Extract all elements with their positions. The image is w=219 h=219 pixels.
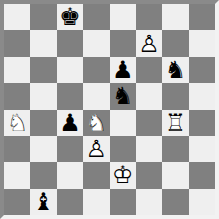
square-a4[interactable]: ♞♘ [4,110,30,136]
square-e5[interactable]: ♞ [110,83,136,109]
square-f4[interactable] [136,110,162,136]
square-e1[interactable] [110,189,136,215]
square-g3[interactable] [162,136,188,162]
white-king-e2[interactable]: ♚♔ [110,162,136,188]
square-c3[interactable] [57,136,83,162]
square-e6[interactable]: ♟ [110,57,136,83]
square-b8[interactable] [30,4,56,30]
square-a7[interactable] [4,30,30,56]
white-pawn-outline: ♙ [86,137,108,161]
square-h3[interactable] [189,136,215,162]
square-h5[interactable] [189,83,215,109]
square-c1[interactable] [57,189,83,215]
square-b4[interactable] [30,110,56,136]
square-f8[interactable] [136,4,162,30]
square-b3[interactable] [30,136,56,162]
square-f5[interactable] [136,83,162,109]
square-d5[interactable] [83,83,109,109]
square-b7[interactable] [30,30,56,56]
black-pawn-glyph: ♟ [112,57,134,81]
black-knight-g6[interactable]: ♞ [162,57,188,83]
square-h1[interactable] [189,189,215,215]
square-g1[interactable] [162,189,188,215]
black-knight-e5[interactable]: ♞ [110,83,136,109]
white-rook-g4[interactable]: ♜♖ [162,110,188,136]
square-f6[interactable] [136,57,162,83]
white-knight-outline: ♘ [86,110,108,134]
square-g4[interactable]: ♜♖ [162,110,188,136]
square-d6[interactable] [83,57,109,83]
black-knight-glyph: ♞ [112,84,134,108]
square-g7[interactable] [162,30,188,56]
black-bishop-glyph: ♝ [33,189,55,213]
square-h6[interactable] [189,57,215,83]
square-d7[interactable] [83,30,109,56]
square-g8[interactable] [162,4,188,30]
square-g2[interactable] [162,162,188,188]
square-e3[interactable] [110,136,136,162]
square-b1[interactable]: ♝ [30,189,56,215]
square-f1[interactable] [136,189,162,215]
black-king-c8[interactable]: ♚ [57,4,83,30]
square-c7[interactable] [57,30,83,56]
square-a2[interactable] [4,162,30,188]
square-e7[interactable] [110,30,136,56]
black-king-glyph: ♚ [59,5,81,29]
square-a8[interactable] [4,4,30,30]
square-a3[interactable] [4,136,30,162]
square-b5[interactable] [30,83,56,109]
square-e4[interactable] [110,110,136,136]
square-h2[interactable] [189,162,215,188]
square-c2[interactable] [57,162,83,188]
square-c6[interactable] [57,57,83,83]
square-f7[interactable]: ♟♙ [136,30,162,56]
square-b6[interactable] [30,57,56,83]
square-c8[interactable]: ♚ [57,4,83,30]
square-e2[interactable]: ♚♔ [110,162,136,188]
square-d1[interactable] [83,189,109,215]
white-rook-outline: ♖ [165,110,187,134]
square-h8[interactable] [189,4,215,30]
square-a5[interactable] [4,83,30,109]
black-knight-glyph: ♞ [165,57,187,81]
square-g5[interactable] [162,83,188,109]
black-pawn-glyph: ♟ [59,110,81,134]
board-frame: ♚♟♙♟♞♞♞♘♟♞♘♜♖♟♙♚♔♝ [0,0,219,219]
square-g6[interactable]: ♞ [162,57,188,83]
square-d8[interactable] [83,4,109,30]
black-pawn-e6[interactable]: ♟ [110,57,136,83]
square-c5[interactable] [57,83,83,109]
square-f2[interactable] [136,162,162,188]
square-f3[interactable] [136,136,162,162]
white-pawn-d3[interactable]: ♟♙ [83,136,109,162]
square-c4[interactable]: ♟ [57,110,83,136]
white-pawn-outline: ♙ [138,31,160,55]
black-bishop-b1[interactable]: ♝ [30,189,56,215]
square-h7[interactable] [189,30,215,56]
square-a1[interactable] [4,189,30,215]
square-e8[interactable] [110,4,136,30]
square-a6[interactable] [4,57,30,83]
square-d2[interactable] [83,162,109,188]
black-pawn-c4[interactable]: ♟ [57,110,83,136]
square-b2[interactable] [30,162,56,188]
white-pawn-f7[interactable]: ♟♙ [136,30,162,56]
white-king-outline: ♔ [112,163,134,187]
white-knight-outline: ♘ [6,110,28,134]
square-h4[interactable] [189,110,215,136]
white-knight-d4[interactable]: ♞♘ [83,110,109,136]
chess-board: ♚♟♙♟♞♞♞♘♟♞♘♜♖♟♙♚♔♝ [4,4,215,215]
square-d3[interactable]: ♟♙ [83,136,109,162]
white-knight-a4[interactable]: ♞♘ [4,110,30,136]
square-d4[interactable]: ♞♘ [83,110,109,136]
